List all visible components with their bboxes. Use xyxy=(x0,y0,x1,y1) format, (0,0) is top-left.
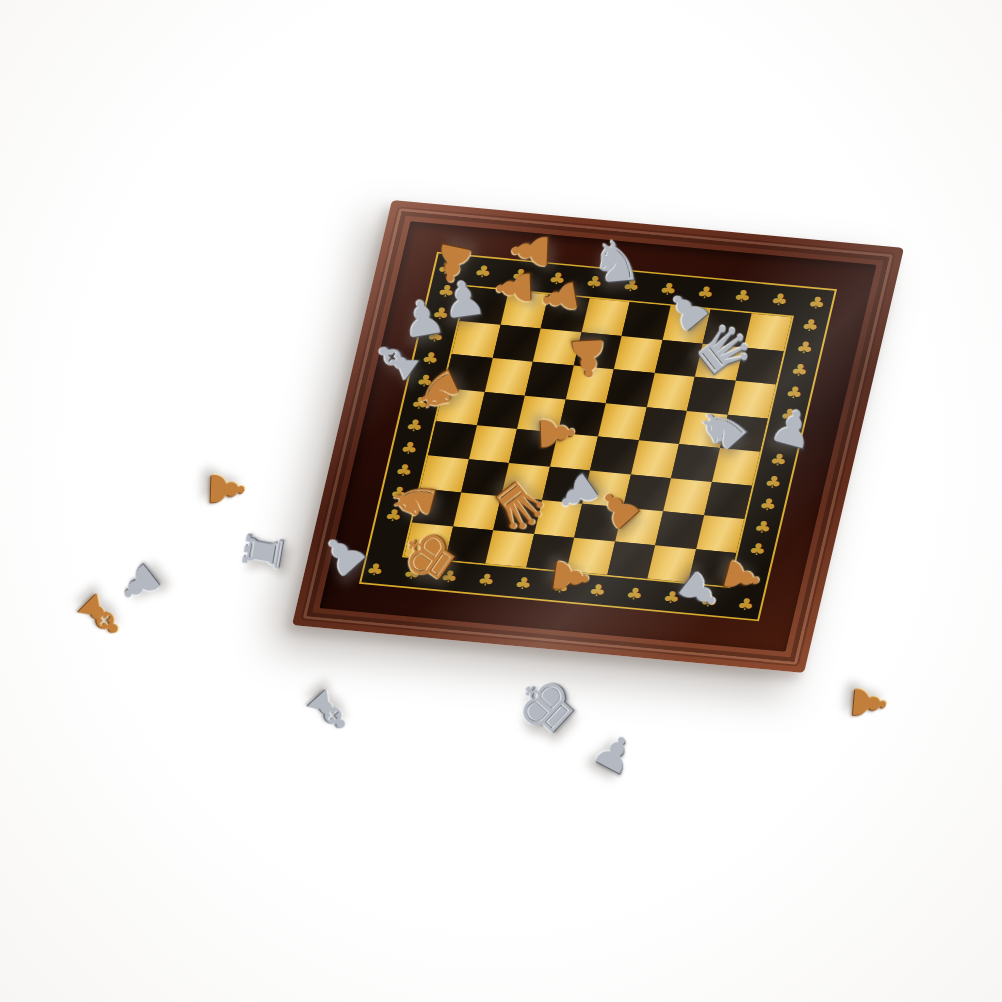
pieces-layer: ♟♟♝♞♛♞♟♟♟♟♟♜♟♝♚♟♟♟♟♟♟♟♟♟♛♚♞♞♟♝♟♟ xyxy=(0,0,1002,1002)
chess-piece-gold-pawn: ♟ xyxy=(845,681,892,724)
chess-piece-silver-pawn: ♟ xyxy=(766,399,820,457)
chess-piece-silver-king: ♚ xyxy=(500,661,591,752)
chess-piece-silver-pawn: ♟ xyxy=(586,723,644,783)
chess-piece-gold-pawn: ♟ xyxy=(545,553,596,600)
chess-piece-silver-pawn: ♟ xyxy=(311,522,375,586)
chess-piece-silver-bishop: ♝ xyxy=(293,675,365,748)
chess-piece-gold-pawn: ♟ xyxy=(564,332,611,384)
chess-piece-gold-pawn: ♟ xyxy=(203,468,250,511)
chess-piece-silver-rook: ♜ xyxy=(235,526,292,579)
chess-piece-gold-pawn: ♟ xyxy=(535,275,585,321)
chess-piece-gold-knight: ♞ xyxy=(383,471,445,529)
chess-piece-silver-knight: ♞ xyxy=(589,232,644,292)
chess-piece-silver-knight: ♞ xyxy=(687,393,759,466)
chess-piece-gold-queen: ♛ xyxy=(479,466,558,546)
product-photo-scene: ♣ ♣ ♣ ♣ ♣ ♣ ♣ ♣ ♣ ♣ ♣ ♣ ♣ ♣ ♣ ♣ ♣ ♣ ♣ ♣ … xyxy=(0,0,1002,1002)
chess-piece-gold-pawn: ♟ xyxy=(533,412,580,455)
chess-piece-gold-pawn: ♟ xyxy=(490,267,537,310)
